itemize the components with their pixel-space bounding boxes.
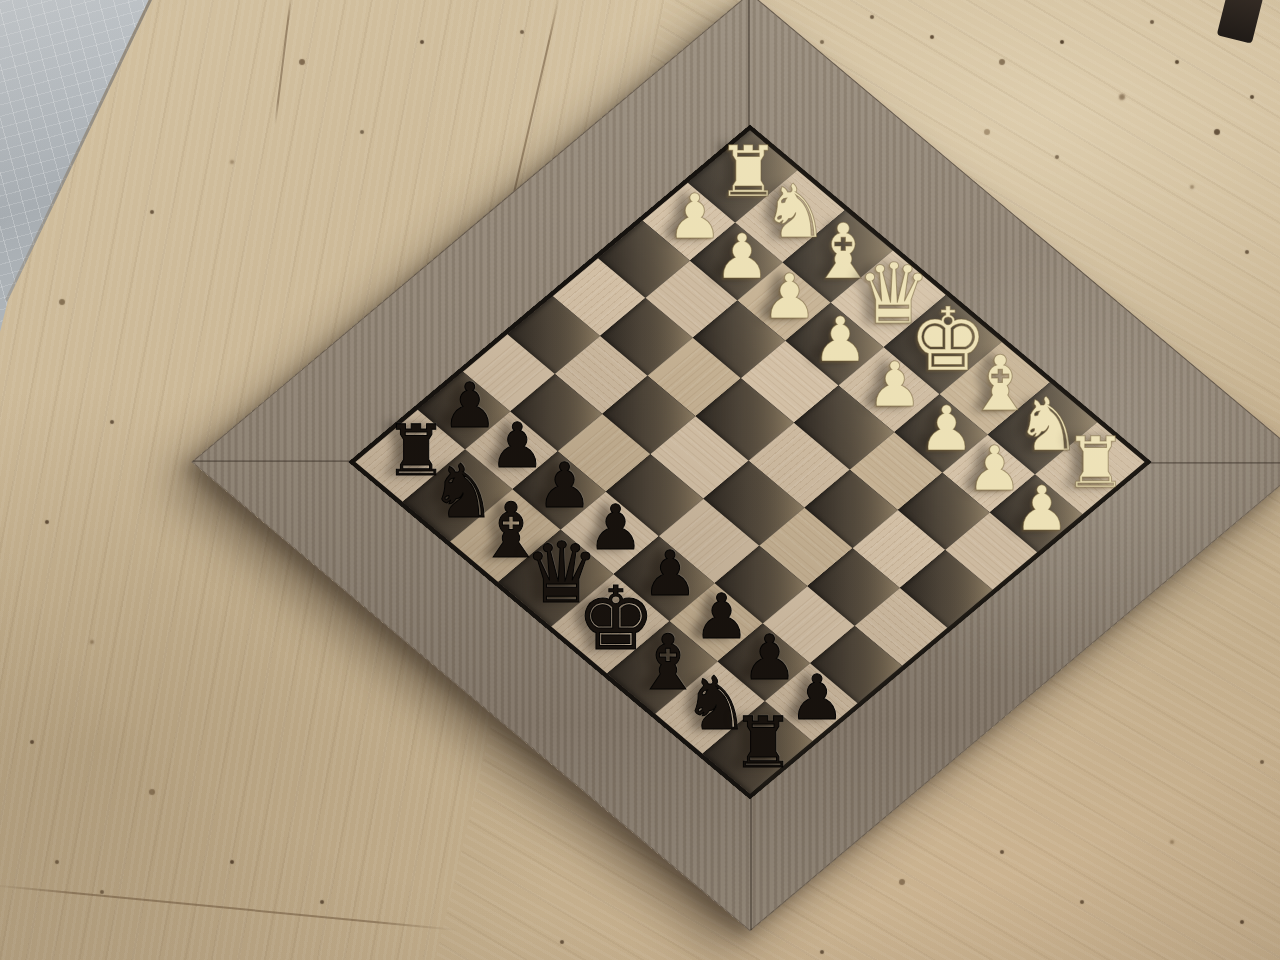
frame-miter-seam — [193, 460, 351, 462]
board-grid: ♜♞♝♛♚♝♞♜♟♟♟♟♟♟♟♟♟♟♟♟♟♟♟♟♜♞♝♛♚♝♞♜ — [355, 131, 1144, 794]
white-pawn-d2[interactable]: ♟ — [813, 308, 869, 370]
frame-miter-seam — [748, 0, 750, 127]
frame-miter-seam — [750, 797, 752, 930]
white-pawn-h2[interactable]: ♟ — [1014, 478, 1070, 540]
frame-miter-seam — [1149, 462, 1280, 464]
black-rook-h8[interactable]: ♜ — [732, 708, 795, 778]
white-pawn-e2[interactable]: ♟ — [867, 354, 923, 416]
black-pawn-h7[interactable]: ♟ — [789, 667, 845, 729]
white-rook-h1[interactable]: ♜ — [1064, 429, 1127, 499]
workshop-scene: ♜♞♝♛♚♝♞♜♟♟♟♟♟♟♟♟♟♟♟♟♟♟♟♟♜♞♝♛♚♝♞♜ — [0, 0, 1280, 960]
white-pawn-c2[interactable]: ♟ — [762, 266, 818, 328]
